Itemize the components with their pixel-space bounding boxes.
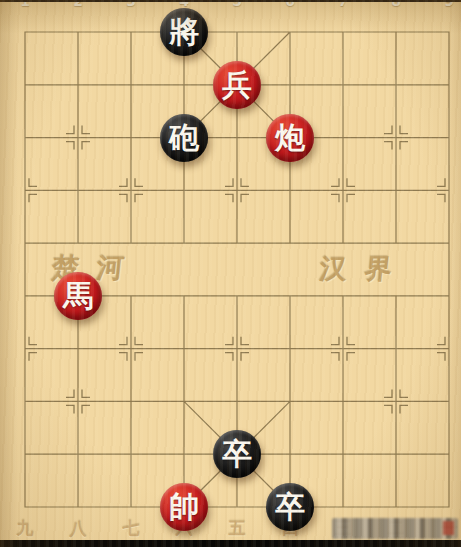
red-general[interactable]: 帥 (160, 483, 208, 531)
red-general-glyph: 帥 (169, 492, 199, 522)
bottom-file-label-1: 九 (10, 517, 40, 540)
watermark-red-mark (443, 521, 454, 535)
black-general[interactable]: 將 (160, 8, 208, 56)
black-cannon[interactable]: 砲 (160, 114, 208, 162)
xiangqi-app-screen: 楚河 汉界 123456789 九八七六五四三二一 將兵砲炮馬卒帥卒 (0, 0, 461, 547)
black-soldier-2-glyph: 卒 (275, 492, 305, 522)
bottom-edge-bar (0, 540, 461, 547)
black-soldier-1-glyph: 卒 (222, 439, 252, 469)
black-soldier-2[interactable]: 卒 (266, 483, 314, 531)
xiangqi-board[interactable]: 楚河 汉界 123456789 九八七六五四三二一 將兵砲炮馬卒帥卒 (0, 0, 461, 547)
blurred-watermark (332, 518, 458, 539)
red-soldier[interactable]: 兵 (213, 61, 261, 109)
red-soldier-glyph: 兵 (222, 70, 252, 100)
red-cannon[interactable]: 炮 (266, 114, 314, 162)
bottom-file-label-5: 五 (222, 517, 252, 540)
red-cannon-glyph: 炮 (275, 123, 305, 153)
bottom-file-label-2: 八 (63, 517, 93, 540)
top-edge-bar (0, 0, 461, 2)
black-general-glyph: 將 (169, 17, 199, 47)
red-horse-glyph: 馬 (63, 281, 93, 311)
bottom-file-label-3: 七 (116, 517, 146, 540)
red-horse[interactable]: 馬 (54, 272, 102, 320)
black-cannon-glyph: 砲 (169, 123, 199, 153)
black-soldier-1[interactable]: 卒 (213, 430, 261, 478)
river-label-han-border: 汉界 (318, 251, 412, 287)
